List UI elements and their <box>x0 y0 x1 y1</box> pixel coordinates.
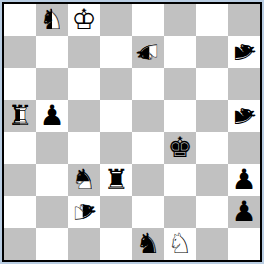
square-b2[interactable] <box>36 196 68 228</box>
square-d7[interactable] <box>100 36 132 68</box>
square-g2[interactable] <box>196 196 228 228</box>
square-b7[interactable] <box>36 36 68 68</box>
square-e8[interactable] <box>132 4 164 36</box>
board-frame: ♞♘♞♚♔♞♘♞♞♜♖♜♟♞♚♞♘♞♜♟♞♘♞♟♞♞♘ <box>0 0 264 264</box>
square-g4[interactable] <box>196 132 228 164</box>
piece-black-knight-h7-rotated[interactable]: ♞ <box>228 36 260 68</box>
square-h1[interactable] <box>228 228 260 260</box>
square-e5[interactable] <box>132 100 164 132</box>
piece-black-king-f4[interactable]: ♚ <box>164 132 196 164</box>
square-f6[interactable] <box>164 68 196 100</box>
square-d2[interactable] <box>100 196 132 228</box>
square-a2[interactable] <box>4 196 36 228</box>
square-g7[interactable] <box>196 36 228 68</box>
square-c4[interactable] <box>68 132 100 164</box>
square-c5[interactable] <box>68 100 100 132</box>
piece-neutral-knight-b8[interactable]: ♞♘♞ <box>36 4 68 36</box>
square-h3[interactable]: ♟ <box>228 164 260 196</box>
square-g8[interactable] <box>196 4 228 36</box>
square-a7[interactable] <box>4 36 36 68</box>
square-h7[interactable]: ♞ <box>228 36 260 68</box>
piece-black-pawn-b5[interactable]: ♟ <box>36 100 68 132</box>
chess-board: ♞♘♞♚♔♞♘♞♞♜♖♜♟♞♚♞♘♞♜♟♞♘♞♟♞♞♘ <box>4 4 260 260</box>
piece-neutral-rook-a5[interactable]: ♜♖♜ <box>4 100 36 132</box>
square-c1[interactable] <box>68 228 100 260</box>
piece-glyph: ♞ <box>228 100 260 132</box>
square-g5[interactable] <box>196 100 228 132</box>
piece-glyph: ♟ <box>228 196 260 228</box>
square-a5[interactable]: ♜♖♜ <box>4 100 36 132</box>
square-d8[interactable] <box>100 4 132 36</box>
piece-glyph: ♔ <box>68 4 100 36</box>
square-h4[interactable] <box>228 132 260 164</box>
square-a3[interactable] <box>4 164 36 196</box>
piece-neutral-knight-c3[interactable]: ♞♘♞ <box>68 164 100 196</box>
piece-neutral-knight-e7-rotated[interactable]: ♞♘♞ <box>132 36 164 68</box>
square-f3[interactable] <box>164 164 196 196</box>
board-border: ♞♘♞♚♔♞♘♞♞♜♖♜♟♞♚♞♘♞♜♟♞♘♞♟♞♞♘ <box>2 2 262 262</box>
square-f5[interactable] <box>164 100 196 132</box>
piece-glyph: ♜ <box>100 164 132 196</box>
square-g1[interactable] <box>196 228 228 260</box>
square-d1[interactable] <box>100 228 132 260</box>
piece-black-knight-e1[interactable]: ♞ <box>132 228 164 260</box>
square-b5[interactable]: ♟ <box>36 100 68 132</box>
square-a1[interactable] <box>4 228 36 260</box>
square-f8[interactable] <box>164 4 196 36</box>
square-f2[interactable] <box>164 196 196 228</box>
piece-black-rook-d3[interactable]: ♜ <box>100 164 132 196</box>
square-d4[interactable] <box>100 132 132 164</box>
piece-black-knight-h5-rotated[interactable]: ♞ <box>228 100 260 132</box>
square-c6[interactable] <box>68 68 100 100</box>
square-f1[interactable]: ♞♘ <box>164 228 196 260</box>
square-e1[interactable]: ♞ <box>132 228 164 260</box>
square-d6[interactable] <box>100 68 132 100</box>
square-a6[interactable] <box>4 68 36 100</box>
piece-white-king-c8[interactable]: ♚♔ <box>68 4 100 36</box>
piece-neutral-knight-c2-rotated[interactable]: ♞♘♞ <box>68 196 100 228</box>
square-a8[interactable] <box>4 4 36 36</box>
piece-white-knight-f1[interactable]: ♞♘ <box>164 228 196 260</box>
square-d5[interactable] <box>100 100 132 132</box>
square-h8[interactable] <box>228 4 260 36</box>
piece-glyph: ♟ <box>36 100 68 132</box>
square-b8[interactable]: ♞♘♞ <box>36 4 68 36</box>
piece-black-pawn-h3[interactable]: ♟ <box>228 164 260 196</box>
square-e2[interactable] <box>132 196 164 228</box>
square-h5[interactable]: ♞ <box>228 100 260 132</box>
square-c8[interactable]: ♚♔ <box>68 4 100 36</box>
square-b3[interactable] <box>36 164 68 196</box>
square-e4[interactable] <box>132 132 164 164</box>
piece-black-pawn-h2[interactable]: ♟ <box>228 196 260 228</box>
square-h6[interactable] <box>228 68 260 100</box>
square-c7[interactable] <box>68 36 100 68</box>
square-c3[interactable]: ♞♘♞ <box>68 164 100 196</box>
square-b4[interactable] <box>36 132 68 164</box>
square-g6[interactable] <box>196 68 228 100</box>
piece-glyph: ♞ <box>132 228 164 260</box>
square-e3[interactable] <box>132 164 164 196</box>
square-b6[interactable] <box>36 68 68 100</box>
square-h2[interactable]: ♟ <box>228 196 260 228</box>
square-c2[interactable]: ♞♘♞ <box>68 196 100 228</box>
square-d3[interactable]: ♜ <box>100 164 132 196</box>
square-e7[interactable]: ♞♘♞ <box>132 36 164 68</box>
piece-glyph: ♟ <box>228 164 260 196</box>
square-f7[interactable] <box>164 36 196 68</box>
square-e6[interactable] <box>132 68 164 100</box>
square-a4[interactable] <box>4 132 36 164</box>
square-b1[interactable] <box>36 228 68 260</box>
piece-glyph: ♞ <box>228 36 260 68</box>
piece-glyph: ♘ <box>164 228 196 260</box>
square-f4[interactable]: ♚ <box>164 132 196 164</box>
square-g3[interactable] <box>196 164 228 196</box>
piece-glyph: ♚ <box>164 132 196 164</box>
